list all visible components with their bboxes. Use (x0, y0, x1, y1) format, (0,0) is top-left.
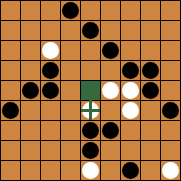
cell-r8c8[interactable] (161, 161, 180, 180)
cell-r1c1[interactable] (21, 21, 40, 40)
cell-r3c6[interactable] (121, 61, 140, 80)
white-stone (102, 82, 119, 99)
cell-r5c8[interactable] (161, 101, 180, 120)
cell-r7c1[interactable] (21, 141, 40, 160)
cell-r7c0[interactable] (1, 141, 20, 160)
cell-r2c1[interactable] (21, 41, 40, 60)
cell-r6c8[interactable] (161, 121, 180, 140)
cell-r1c4[interactable] (81, 21, 100, 40)
black-stone (62, 2, 79, 19)
black-stone (162, 102, 179, 119)
cell-r6c0[interactable] (1, 121, 20, 140)
cell-r0c1[interactable] (21, 1, 40, 20)
cell-r4c0[interactable] (1, 81, 20, 100)
cell-r8c3[interactable] (61, 161, 80, 180)
cell-r0c5[interactable] (101, 1, 120, 20)
white-stone (122, 102, 139, 119)
black-stone (102, 42, 119, 59)
cell-r1c6[interactable] (121, 21, 140, 40)
cell-r0c3[interactable] (61, 1, 80, 20)
cell-r8c7[interactable] (141, 161, 160, 180)
green-square-marker (81, 81, 100, 100)
cell-r7c8[interactable] (161, 141, 180, 160)
black-stone (122, 62, 139, 79)
cell-r8c0[interactable] (1, 161, 20, 180)
cell-r0c8[interactable] (161, 1, 180, 20)
cell-r8c6[interactable] (121, 161, 140, 180)
cell-r0c2[interactable] (41, 1, 60, 20)
black-stone (82, 22, 99, 39)
black-stone (142, 82, 159, 99)
cell-r2c2[interactable] (41, 41, 60, 60)
white-stone (82, 162, 99, 179)
black-stone (142, 62, 159, 79)
cell-r5c7[interactable] (141, 101, 160, 120)
cell-r5c5[interactable] (101, 101, 120, 120)
cell-r3c2[interactable] (41, 61, 60, 80)
cell-r4c5[interactable] (101, 81, 120, 100)
cell-r1c7[interactable] (141, 21, 160, 40)
cell-r2c0[interactable] (1, 41, 20, 60)
cell-r1c0[interactable] (1, 21, 20, 40)
cell-r7c2[interactable] (41, 141, 60, 160)
cell-r3c1[interactable] (21, 61, 40, 80)
cell-r5c6[interactable] (121, 101, 140, 120)
cell-r2c3[interactable] (61, 41, 80, 60)
cell-r3c5[interactable] (101, 61, 120, 80)
cell-r5c1[interactable] (21, 101, 40, 120)
white-stone (122, 82, 139, 99)
cell-r8c5[interactable] (101, 161, 120, 180)
cell-r8c2[interactable] (41, 161, 60, 180)
cell-r2c5[interactable] (101, 41, 120, 60)
cell-r1c3[interactable] (61, 21, 80, 40)
cell-r4c4[interactable] (81, 81, 100, 100)
cell-r5c2[interactable] (41, 101, 60, 120)
cell-r6c7[interactable] (141, 121, 160, 140)
black-stone (22, 82, 39, 99)
cell-r2c6[interactable] (121, 41, 140, 60)
cell-r6c6[interactable] (121, 121, 140, 140)
black-stone (122, 162, 139, 179)
cell-r4c3[interactable] (61, 81, 80, 100)
cell-r3c3[interactable] (61, 61, 80, 80)
white-stone (162, 162, 179, 179)
cell-r8c4[interactable] (81, 161, 100, 180)
cell-r5c0[interactable] (1, 101, 20, 120)
cell-r3c7[interactable] (141, 61, 160, 80)
black-stone (2, 102, 19, 119)
cell-r4c1[interactable] (21, 81, 40, 100)
cell-r2c7[interactable] (141, 41, 160, 60)
cell-r6c1[interactable] (21, 121, 40, 140)
cell-r0c4[interactable] (81, 1, 100, 20)
cell-r5c4[interactable] (81, 101, 100, 120)
cell-r4c7[interactable] (141, 81, 160, 100)
cell-r4c6[interactable] (121, 81, 140, 100)
cell-r3c4[interactable] (81, 61, 100, 80)
black-stone (102, 122, 119, 139)
black-stone (42, 62, 59, 79)
cell-r4c8[interactable] (161, 81, 180, 100)
cell-r6c3[interactable] (61, 121, 80, 140)
cell-r7c3[interactable] (61, 141, 80, 160)
cell-r7c7[interactable] (141, 141, 160, 160)
cell-r4c2[interactable] (41, 81, 60, 100)
cell-r6c5[interactable] (101, 121, 120, 140)
cell-r1c8[interactable] (161, 21, 180, 40)
cell-r1c2[interactable] (41, 21, 60, 40)
cell-r0c0[interactable] (1, 1, 20, 20)
cell-r2c4[interactable] (81, 41, 100, 60)
cell-r6c2[interactable] (41, 121, 60, 140)
cell-r7c6[interactable] (121, 141, 140, 160)
black-stone (82, 142, 99, 159)
cross-marker-horizontal (81, 109, 100, 112)
cell-r0c6[interactable] (121, 1, 140, 20)
black-stone (42, 82, 59, 99)
cell-r8c1[interactable] (21, 161, 40, 180)
cell-r1c5[interactable] (101, 21, 120, 40)
cell-r6c4[interactable] (81, 121, 100, 140)
game-board (0, 0, 181, 181)
cell-r0c7[interactable] (141, 1, 160, 20)
white-stone (42, 42, 59, 59)
cell-r3c0[interactable] (1, 61, 20, 80)
cell-r5c3[interactable] (61, 101, 80, 120)
black-stone (82, 122, 99, 139)
cell-r7c5[interactable] (101, 141, 120, 160)
cell-r2c8[interactable] (161, 41, 180, 60)
cell-r7c4[interactable] (81, 141, 100, 160)
cell-r3c8[interactable] (161, 61, 180, 80)
